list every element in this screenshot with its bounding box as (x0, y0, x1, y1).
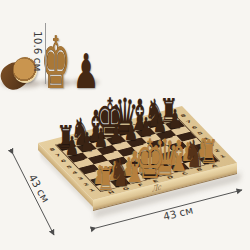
height-dimension-label: 10.6 см (32, 30, 45, 72)
display-pawn-piece: ♟ (73, 47, 100, 95)
display-king-piece: ♚ (41, 27, 70, 99)
product-photo: Лс 8877665544332211HGFEDCBA ♜♞♝♛♚♝♞♜♟♟♟♟… (0, 0, 250, 250)
